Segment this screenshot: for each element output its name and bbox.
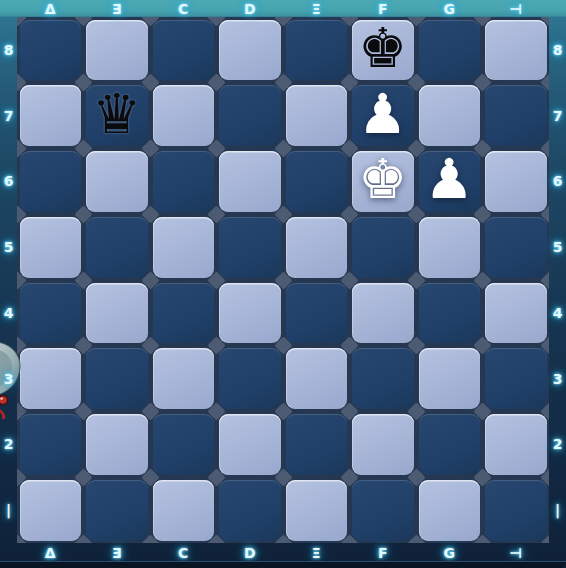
square-c7[interactable] <box>153 85 215 146</box>
square-h1[interactable] <box>485 480 547 541</box>
coord-label-2: 2 <box>0 412 17 478</box>
square-e5[interactable] <box>286 217 348 278</box>
chess-app-window: ΔƎCDΞFG⊣ 8765432| ♚♛♟♚♟ 8765432| ΔƎCDΞFG… <box>0 0 566 568</box>
coord-label-2: 2 <box>549 412 566 478</box>
coord-label-e: Ξ <box>283 543 350 562</box>
black-king-f8[interactable]: ♚ <box>350 17 417 83</box>
square-h5[interactable] <box>485 217 547 278</box>
coord-label-b: Ǝ <box>84 543 151 562</box>
square-c3[interactable] <box>153 348 215 409</box>
coord-label-3: 3 <box>0 346 17 412</box>
coord-label-8: 8 <box>549 17 566 83</box>
square-b2[interactable] <box>86 414 148 475</box>
square-h4[interactable] <box>485 283 547 344</box>
coord-label-d: D <box>217 543 284 562</box>
square-g2[interactable] <box>419 414 481 475</box>
coord-label-8: 8 <box>0 17 17 83</box>
square-a3[interactable] <box>20 348 82 409</box>
coord-label-7: 7 <box>0 83 17 149</box>
black-queen-b7[interactable]: ♛ <box>84 83 151 149</box>
square-a2[interactable] <box>20 414 82 475</box>
square-d7[interactable] <box>219 85 281 146</box>
rank-labels-left: 8765432| <box>0 17 17 543</box>
square-a4[interactable] <box>20 283 82 344</box>
coord-label-g: G <box>416 0 483 17</box>
square-d6[interactable] <box>219 151 281 212</box>
square-b3[interactable] <box>86 348 148 409</box>
square-e8[interactable] <box>286 20 348 81</box>
square-g5[interactable] <box>419 217 481 278</box>
file-labels-bottom: ΔƎCDΞFG⊣ <box>17 543 549 562</box>
square-a1[interactable] <box>20 480 82 541</box>
coord-label-h: ⊣ <box>483 0 550 17</box>
square-g1[interactable] <box>419 480 481 541</box>
coord-label-g: G <box>416 543 483 562</box>
coord-label-a: Δ <box>17 543 84 562</box>
white-pawn-g6[interactable]: ♟ <box>416 149 483 215</box>
coord-label-3: 3 <box>549 346 566 412</box>
white-king-f6[interactable]: ♚ <box>350 149 417 215</box>
coord-label-f: F <box>350 543 417 562</box>
square-b5[interactable] <box>86 217 148 278</box>
square-d4[interactable] <box>219 283 281 344</box>
coord-label-6: 6 <box>549 149 566 215</box>
square-d8[interactable] <box>219 20 281 81</box>
coord-label-5: 5 <box>0 214 17 280</box>
square-f5[interactable] <box>352 217 414 278</box>
coord-label-1: | <box>549 477 566 543</box>
square-e4[interactable] <box>286 283 348 344</box>
square-a5[interactable] <box>20 217 82 278</box>
square-b8[interactable] <box>86 20 148 81</box>
square-d1[interactable] <box>219 480 281 541</box>
coord-label-c: C <box>150 0 217 17</box>
square-a6[interactable] <box>20 151 82 212</box>
square-h6[interactable] <box>485 151 547 212</box>
window-bottom-edge <box>0 561 566 568</box>
rank-labels-right: 8765432| <box>549 17 566 543</box>
square-e7[interactable] <box>286 85 348 146</box>
square-h8[interactable] <box>485 20 547 81</box>
square-c2[interactable] <box>153 414 215 475</box>
square-e3[interactable] <box>286 348 348 409</box>
file-labels-top: ΔƎCDΞFG⊣ <box>17 0 549 17</box>
square-b6[interactable] <box>86 151 148 212</box>
coord-label-4: 4 <box>549 280 566 346</box>
square-c5[interactable] <box>153 217 215 278</box>
square-f4[interactable] <box>352 283 414 344</box>
coord-label-4: 4 <box>0 280 17 346</box>
square-g7[interactable] <box>419 85 481 146</box>
coord-label-7: 7 <box>549 83 566 149</box>
coord-label-b: Ǝ <box>84 0 151 17</box>
square-g3[interactable] <box>419 348 481 409</box>
square-h3[interactable] <box>485 348 547 409</box>
coord-label-1: | <box>0 477 17 543</box>
square-b4[interactable] <box>86 283 148 344</box>
square-f2[interactable] <box>352 414 414 475</box>
board: ♚♛♟♚♟ <box>17 17 549 543</box>
square-a8[interactable] <box>20 20 82 81</box>
coord-label-f: F <box>350 0 417 17</box>
coord-label-5: 5 <box>549 214 566 280</box>
coord-label-h: ⊣ <box>483 543 550 562</box>
square-d3[interactable] <box>219 348 281 409</box>
square-e2[interactable] <box>286 414 348 475</box>
square-h2[interactable] <box>485 414 547 475</box>
square-g4[interactable] <box>419 283 481 344</box>
coord-label-d: D <box>217 0 284 17</box>
square-h7[interactable] <box>485 85 547 146</box>
white-pawn-f7[interactable]: ♟ <box>350 83 417 149</box>
square-f1[interactable] <box>352 480 414 541</box>
square-c4[interactable] <box>153 283 215 344</box>
square-a7[interactable] <box>20 85 82 146</box>
square-g8[interactable] <box>419 20 481 81</box>
square-b1[interactable] <box>86 480 148 541</box>
coord-label-a: Δ <box>17 0 84 17</box>
square-e6[interactable] <box>286 151 348 212</box>
square-c6[interactable] <box>153 151 215 212</box>
coord-label-c: C <box>150 543 217 562</box>
square-e1[interactable] <box>286 480 348 541</box>
square-d5[interactable] <box>219 217 281 278</box>
coord-label-e: Ξ <box>283 0 350 17</box>
square-c8[interactable] <box>153 20 215 81</box>
square-f3[interactable] <box>352 348 414 409</box>
square-d2[interactable] <box>219 414 281 475</box>
square-c1[interactable] <box>153 480 215 541</box>
coord-label-6: 6 <box>0 149 17 215</box>
